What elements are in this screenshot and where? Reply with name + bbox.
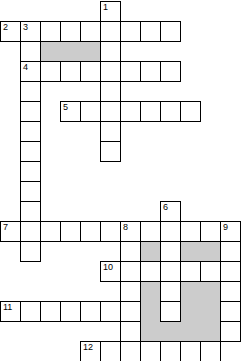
grid-cell[interactable]: 10 [100,261,121,282]
grid-cell[interactable]: 1 [100,1,121,22]
grid-cell[interactable] [100,221,121,242]
grid-cell[interactable] [160,261,181,282]
grid-cell[interactable] [140,21,161,42]
crossword-grid: 123456789101112 [0,1,240,361]
grid-cell[interactable] [100,61,121,82]
grid-cell[interactable] [20,201,41,222]
clue-number: 8 [123,222,128,232]
shaded-cell [140,301,161,322]
grid-cell[interactable] [120,101,141,122]
grid-cell[interactable] [40,21,61,42]
clue-number: 10 [103,262,113,272]
grid-cell[interactable] [100,301,121,322]
shaded-cell [80,41,101,62]
grid-cell[interactable] [40,301,61,322]
grid-cell[interactable] [100,21,121,42]
clue-number: 11 [3,302,12,312]
grid-cell[interactable] [160,341,181,361]
shaded-cell [200,241,221,262]
clue-number: 12 [83,342,93,352]
grid-cell[interactable] [100,121,121,142]
grid-cell[interactable] [220,321,241,342]
grid-cell[interactable] [120,21,141,42]
grid-cell[interactable] [120,301,141,322]
grid-cell[interactable] [80,61,101,82]
shaded-cell [60,41,81,62]
grid-cell[interactable] [60,21,81,42]
grid-cell[interactable]: 11 [0,301,21,322]
shaded-cell [140,281,161,302]
shaded-cell [160,321,181,342]
grid-cell[interactable] [160,101,181,122]
grid-cell[interactable] [20,41,41,62]
grid-cell[interactable] [20,181,41,202]
grid-cell[interactable] [180,101,201,122]
grid-cell[interactable] [60,301,81,322]
grid-cell[interactable] [80,21,101,42]
grid-cell[interactable] [220,261,241,282]
grid-cell[interactable] [20,101,41,122]
grid-cell[interactable] [180,221,201,242]
grid-cell[interactable]: 7 [0,221,21,242]
clue-number: 6 [163,202,168,212]
grid-cell[interactable] [140,101,161,122]
shaded-cell [180,321,201,342]
grid-cell[interactable] [160,301,181,322]
shaded-cell [180,301,201,322]
grid-cell[interactable] [200,221,221,242]
shaded-cell [200,281,221,302]
shaded-cell [180,281,201,302]
grid-cell[interactable] [20,241,41,262]
grid-cell[interactable]: 6 [160,201,181,222]
grid-cell[interactable] [20,301,41,322]
shaded-cell [200,321,221,342]
grid-cell[interactable] [120,281,141,302]
crossword-page: 123456789101112 [0,0,241,361]
shaded-cell [40,41,61,62]
grid-cell[interactable] [160,21,181,42]
grid-cell[interactable] [180,341,201,361]
grid-cell[interactable] [200,341,221,361]
grid-cell[interactable] [100,41,121,62]
grid-cell[interactable] [220,281,241,302]
clue-number: 1 [103,2,108,12]
grid-cell[interactable] [160,61,181,82]
grid-cell[interactable] [140,341,161,361]
grid-cell[interactable] [100,141,121,162]
grid-cell[interactable] [40,221,61,242]
clue-number: 2 [3,22,8,32]
clue-number: 7 [3,222,8,232]
clue-number: 3 [23,22,28,32]
shaded-cell [200,301,221,322]
grid-cell[interactable]: 3 [20,21,41,42]
clue-number: 4 [23,62,28,72]
grid-cell[interactable] [80,221,101,242]
clue-number: 5 [63,102,68,112]
grid-cell[interactable] [160,241,181,262]
grid-cell[interactable] [100,101,121,122]
grid-cell[interactable]: 5 [60,101,81,122]
grid-cell[interactable]: 4 [20,61,41,82]
grid-cell[interactable] [100,341,121,361]
grid-cell[interactable] [180,261,201,282]
shaded-cell [140,241,161,262]
grid-cell[interactable]: 9 [220,221,241,242]
grid-cell[interactable] [20,221,41,242]
grid-cell[interactable] [120,61,141,82]
grid-cell[interactable]: 8 [120,221,141,242]
grid-cell[interactable]: 12 [80,341,101,361]
grid-cell[interactable] [160,281,181,302]
grid-cell[interactable] [60,61,81,82]
grid-cell[interactable] [220,241,241,262]
grid-cell[interactable] [20,121,41,142]
grid-cell[interactable] [20,141,41,162]
grid-cell[interactable]: 2 [0,21,21,42]
grid-cell[interactable] [20,81,41,102]
grid-cell[interactable] [40,61,61,82]
grid-cell[interactable] [140,61,161,82]
grid-cell[interactable] [80,101,101,122]
grid-cell[interactable] [140,221,161,242]
clue-number: 9 [223,222,228,232]
grid-cell[interactable] [120,341,141,361]
grid-cell[interactable] [100,81,121,102]
grid-cell[interactable] [120,261,141,282]
grid-cell[interactable] [80,301,101,322]
grid-cell[interactable] [140,261,161,282]
shaded-cell [180,241,201,262]
shaded-cell [140,321,161,342]
grid-cell[interactable] [60,221,81,242]
grid-cell[interactable] [120,241,141,262]
grid-cell[interactable] [200,261,221,282]
grid-cell[interactable] [20,161,41,182]
grid-cell[interactable] [220,301,241,322]
grid-cell[interactable] [160,221,181,242]
grid-cell[interactable] [120,321,141,342]
